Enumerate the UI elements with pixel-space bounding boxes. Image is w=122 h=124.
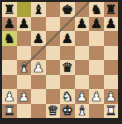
piece-white-queen[interactable]: ♛ — [46, 104, 61, 119]
piece-white-pawn[interactable]: ♟ — [104, 89, 119, 104]
square-c8[interactable]: ♝ — [31, 2, 46, 17]
square-h1[interactable]: ♜ — [104, 104, 119, 119]
piece-black-queen[interactable]: ♛ — [60, 60, 75, 75]
square-c4[interactable]: ♟ — [31, 60, 46, 75]
square-e6[interactable]: ♟ — [60, 31, 75, 46]
piece-white-bishop[interactable]: ♝ — [75, 104, 90, 119]
square-d6[interactable] — [46, 31, 61, 46]
square-f5[interactable] — [75, 46, 90, 61]
square-d3[interactable] — [46, 75, 61, 90]
square-e1[interactable]: ♚ — [60, 104, 75, 119]
square-a6[interactable]: ♞ — [2, 31, 17, 46]
square-h8[interactable]: ♜ — [104, 2, 119, 17]
square-h2[interactable]: ♟ — [104, 89, 119, 104]
piece-black-bishop[interactable]: ♝ — [31, 2, 46, 17]
square-e4[interactable]: ♛ — [60, 60, 75, 75]
square-g2[interactable]: ♟ — [89, 89, 104, 104]
piece-white-pawn[interactable]: ♟ — [2, 89, 17, 104]
piece-black-pawn[interactable]: ♟ — [17, 17, 32, 32]
square-b6[interactable] — [17, 31, 32, 46]
square-c5[interactable] — [31, 46, 46, 61]
square-d5[interactable] — [46, 46, 61, 61]
piece-black-knight[interactable]: ♞ — [2, 31, 17, 46]
square-b8[interactable] — [17, 2, 32, 17]
square-a5[interactable] — [2, 46, 17, 61]
square-b5[interactable] — [17, 46, 32, 61]
square-b7[interactable]: ♟ — [17, 17, 32, 32]
square-g1[interactable] — [89, 104, 104, 119]
square-d7[interactable] — [46, 17, 61, 32]
square-h5[interactable] — [104, 46, 119, 61]
square-c7[interactable] — [31, 17, 46, 32]
square-a4[interactable] — [2, 60, 17, 75]
chess-board: ♜♝♚♞♜♟♟♟♟♟♞♟♟♝♟♛♟♟♞♟♟♟♜♛♚♝♜ — [2, 2, 118, 118]
piece-white-pawn[interactable]: ♟ — [89, 89, 104, 104]
square-f6[interactable] — [75, 31, 90, 46]
piece-black-pawn[interactable]: ♟ — [89, 17, 104, 32]
piece-white-rook[interactable]: ♜ — [104, 104, 119, 119]
piece-black-pawn[interactable]: ♟ — [60, 31, 75, 46]
square-g6[interactable] — [89, 31, 104, 46]
square-e8[interactable]: ♚ — [60, 2, 75, 17]
square-a1[interactable]: ♜ — [2, 104, 17, 119]
square-f3[interactable] — [75, 75, 90, 90]
piece-black-king[interactable]: ♚ — [60, 2, 75, 17]
piece-white-pawn[interactable]: ♟ — [75, 89, 90, 104]
piece-black-pawn[interactable]: ♟ — [104, 17, 119, 32]
piece-white-king[interactable]: ♚ — [60, 104, 75, 119]
square-f7[interactable]: ♟ — [75, 17, 90, 32]
square-h6[interactable] — [104, 31, 119, 46]
piece-black-knight[interactable]: ♞ — [89, 2, 104, 17]
piece-white-rook[interactable]: ♜ — [2, 104, 17, 119]
square-b3[interactable] — [17, 75, 32, 90]
square-b1[interactable] — [17, 104, 32, 119]
piece-white-pawn[interactable]: ♟ — [31, 60, 46, 75]
square-d1[interactable]: ♛ — [46, 104, 61, 119]
square-e7[interactable] — [60, 17, 75, 32]
square-d4[interactable] — [46, 60, 61, 75]
piece-white-bishop[interactable]: ♝ — [17, 60, 32, 75]
piece-black-pawn[interactable]: ♟ — [2, 17, 17, 32]
square-d2[interactable] — [46, 89, 61, 104]
square-h3[interactable] — [104, 75, 119, 90]
square-c2[interactable] — [31, 89, 46, 104]
square-c1[interactable] — [31, 104, 46, 119]
square-e5[interactable] — [60, 46, 75, 61]
square-g5[interactable] — [89, 46, 104, 61]
square-g4[interactable] — [89, 60, 104, 75]
square-e3[interactable] — [60, 75, 75, 90]
square-g3[interactable] — [89, 75, 104, 90]
square-a3[interactable] — [2, 75, 17, 90]
square-f4[interactable] — [75, 60, 90, 75]
square-g7[interactable]: ♟ — [89, 17, 104, 32]
square-b4[interactable]: ♝ — [17, 60, 32, 75]
piece-black-pawn[interactable]: ♟ — [75, 17, 90, 32]
square-c3[interactable] — [31, 75, 46, 90]
piece-black-pawn[interactable]: ♟ — [31, 31, 46, 46]
square-f2[interactable]: ♟ — [75, 89, 90, 104]
piece-white-pawn[interactable]: ♟ — [17, 89, 32, 104]
piece-white-knight[interactable]: ♞ — [60, 89, 75, 104]
square-h4[interactable] — [104, 60, 119, 75]
piece-black-rook[interactable]: ♜ — [2, 2, 17, 17]
square-g8[interactable]: ♞ — [89, 2, 104, 17]
square-h7[interactable]: ♟ — [104, 17, 119, 32]
square-a7[interactable]: ♟ — [2, 17, 17, 32]
board-frame: ♜♝♚♞♜♟♟♟♟♟♞♟♟♝♟♛♟♟♞♟♟♟♜♛♚♝♜ — [0, 0, 122, 124]
square-d8[interactable] — [46, 2, 61, 17]
square-f1[interactable]: ♝ — [75, 104, 90, 119]
square-c6[interactable]: ♟ — [31, 31, 46, 46]
square-a2[interactable]: ♟ — [2, 89, 17, 104]
square-a8[interactable]: ♜ — [2, 2, 17, 17]
square-f8[interactable] — [75, 2, 90, 17]
square-b2[interactable]: ♟ — [17, 89, 32, 104]
piece-black-rook[interactable]: ♜ — [104, 2, 119, 17]
square-e2[interactable]: ♞ — [60, 89, 75, 104]
